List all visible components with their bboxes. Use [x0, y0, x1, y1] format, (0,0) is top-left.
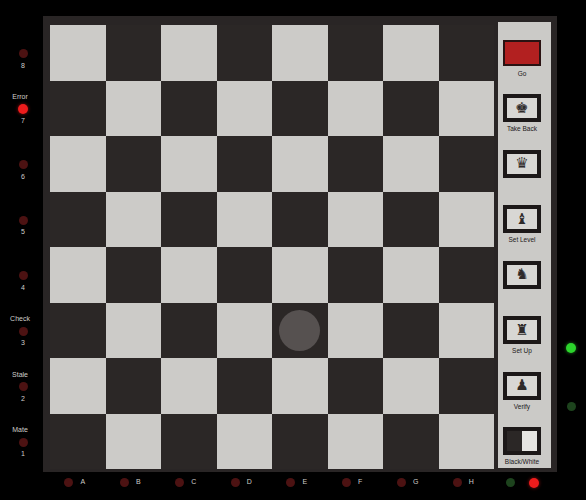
square-e2[interactable]: [272, 358, 328, 414]
verify-piece-icon: ♟: [515, 378, 528, 393]
square-e5[interactable]: [272, 192, 328, 248]
rank-led-5: [19, 216, 28, 225]
knight-button[interactable]: ♞: [503, 261, 541, 289]
square-c2[interactable]: [161, 358, 217, 414]
black-white-label: Black/White: [492, 458, 552, 466]
square-h1[interactable]: [439, 414, 495, 470]
square-d7[interactable]: [217, 81, 273, 137]
take-back-button[interactable]: ♚: [503, 94, 541, 122]
square-h5[interactable]: [439, 192, 495, 248]
status-label-stale: Stale: [0, 371, 40, 379]
square-b8[interactable]: [106, 25, 162, 81]
control-panel: [498, 22, 551, 468]
square-c1[interactable]: [161, 414, 217, 470]
square-f8[interactable]: [328, 25, 384, 81]
square-h7[interactable]: [439, 81, 495, 137]
square-b1[interactable]: [106, 414, 162, 470]
square-f4[interactable]: [328, 247, 384, 303]
square-g4[interactable]: [383, 247, 439, 303]
square-b6[interactable]: [106, 136, 162, 192]
square-d2[interactable]: [217, 358, 273, 414]
square-f6[interactable]: [328, 136, 384, 192]
square-f3[interactable]: [328, 303, 384, 359]
file-label-h: H: [461, 478, 481, 486]
file-label-f: F: [350, 478, 370, 486]
go-label: Go: [492, 70, 552, 78]
file-label-e: E: [295, 478, 315, 486]
rank-led-6: [19, 160, 28, 169]
rank-led-2: [19, 382, 28, 391]
square-g5[interactable]: [383, 192, 439, 248]
knight-piece-icon: ♞: [515, 267, 528, 282]
right-green-upper-led: [566, 343, 576, 353]
square-f1[interactable]: [328, 414, 384, 470]
rank-label-5: 5: [3, 228, 43, 236]
square-h8[interactable]: [439, 25, 495, 81]
rank-label-6: 6: [3, 173, 43, 181]
status-label-mate: Mate: [0, 426, 40, 434]
file-label-b: B: [128, 478, 148, 486]
square-e1[interactable]: [272, 414, 328, 470]
set-up-button[interactable]: ♜: [503, 316, 541, 344]
square-c7[interactable]: [161, 81, 217, 137]
square-e4[interactable]: [272, 247, 328, 303]
take-back-label: Take Back: [492, 125, 552, 133]
chess-computer: 8Error7654Check3Stale2Mate1ABCDEFGHGo♚Ta…: [0, 0, 586, 500]
square-g6[interactable]: [383, 136, 439, 192]
file-label-a: A: [73, 478, 93, 486]
square-a5[interactable]: [50, 192, 106, 248]
square-c8[interactable]: [161, 25, 217, 81]
set-up-label: Set Up: [492, 347, 552, 355]
square-d5[interactable]: [217, 192, 273, 248]
black-half: [507, 431, 522, 451]
file-label-c: C: [184, 478, 204, 486]
square-d8[interactable]: [217, 25, 273, 81]
rank-led-3: [19, 327, 28, 336]
square-f2[interactable]: [328, 358, 384, 414]
square-g2[interactable]: [383, 358, 439, 414]
rank-led-4: [19, 271, 28, 280]
set-up-piece-icon: ♜: [515, 323, 528, 338]
square-c6[interactable]: [161, 136, 217, 192]
chess-board: [50, 25, 494, 469]
square-g8[interactable]: [383, 25, 439, 81]
square-b4[interactable]: [106, 247, 162, 303]
rank-label-3: 3: [3, 339, 43, 347]
rank-led-8: [19, 49, 28, 58]
square-d3[interactable]: [217, 303, 273, 359]
square-a2[interactable]: [50, 358, 106, 414]
square-b2[interactable]: [106, 358, 162, 414]
rank-label-2: 2: [3, 395, 43, 403]
rank-led-1: [19, 438, 28, 447]
bottom-red-led: [529, 478, 539, 488]
square-g1[interactable]: [383, 414, 439, 470]
square-h3[interactable]: [439, 303, 495, 359]
rank-label-4: 4: [3, 284, 43, 292]
take-back-piece-icon: ♚: [515, 101, 528, 116]
right-green-lower-led: [567, 402, 576, 411]
square-d6[interactable]: [217, 136, 273, 192]
square-c5[interactable]: [161, 192, 217, 248]
file-label-g: G: [406, 478, 426, 486]
set-level-button[interactable]: ♝: [503, 205, 541, 233]
verify-button[interactable]: ♟: [503, 372, 541, 400]
piece-disc-e3[interactable]: [279, 310, 320, 351]
bottom-green-led: [506, 478, 515, 487]
square-h2[interactable]: [439, 358, 495, 414]
square-d4[interactable]: [217, 247, 273, 303]
status-label-error: Error: [0, 93, 40, 101]
square-a7[interactable]: [50, 81, 106, 137]
square-h4[interactable]: [439, 247, 495, 303]
square-a4[interactable]: [50, 247, 106, 303]
rank-led-7: [18, 104, 28, 114]
white-half: [522, 431, 537, 451]
set-level-label: Set Level: [492, 236, 552, 244]
square-f7[interactable]: [328, 81, 384, 137]
square-g7[interactable]: [383, 81, 439, 137]
square-e6[interactable]: [272, 136, 328, 192]
square-a8[interactable]: [50, 25, 106, 81]
square-h6[interactable]: [439, 136, 495, 192]
square-g3[interactable]: [383, 303, 439, 359]
square-b7[interactable]: [106, 81, 162, 137]
square-c3[interactable]: [161, 303, 217, 359]
black-white-button[interactable]: [503, 427, 541, 455]
rank-label-1: 1: [3, 450, 43, 458]
square-c4[interactable]: [161, 247, 217, 303]
verify-label: Verify: [492, 403, 552, 411]
square-a3[interactable]: [50, 303, 106, 359]
square-e7[interactable]: [272, 81, 328, 137]
square-e8[interactable]: [272, 25, 328, 81]
rank-label-7: 7: [3, 117, 43, 125]
queen-button[interactable]: ♛: [503, 150, 541, 178]
set-level-piece-icon: ♝: [515, 212, 528, 227]
square-a1[interactable]: [50, 414, 106, 470]
square-b3[interactable]: [106, 303, 162, 359]
queen-piece-icon: ♛: [515, 156, 528, 171]
square-b5[interactable]: [106, 192, 162, 248]
square-f5[interactable]: [328, 192, 384, 248]
file-label-d: D: [239, 478, 259, 486]
square-d1[interactable]: [217, 414, 273, 470]
square-e3[interactable]: [272, 303, 328, 359]
square-a6[interactable]: [50, 136, 106, 192]
rank-label-8: 8: [3, 62, 43, 70]
go-button[interactable]: [503, 40, 541, 66]
status-label-check: Check: [0, 315, 40, 323]
